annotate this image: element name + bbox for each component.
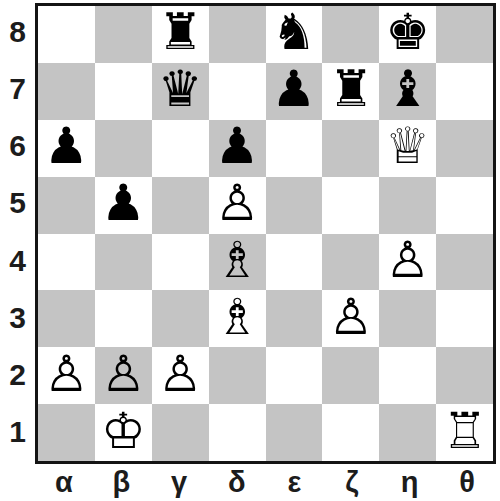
square-β2[interactable]: ♙: [95, 347, 152, 404]
square-θ7[interactable]: [436, 63, 493, 120]
square-γ7[interactable]: ♛: [152, 63, 209, 120]
white-pawn[interactable]: ♙: [101, 349, 146, 399]
file-label-θ: θ: [438, 462, 496, 501]
square-ζ4[interactable]: [322, 234, 379, 291]
square-θ8[interactable]: [436, 6, 493, 63]
rank-label-5: 5: [0, 175, 35, 232]
black-pawn[interactable]: ♟: [215, 121, 260, 171]
file-label-β: β: [93, 462, 151, 501]
square-δ4[interactable]: ♗: [209, 234, 266, 291]
square-δ1[interactable]: [209, 404, 266, 461]
square-α5[interactable]: [38, 177, 95, 234]
square-γ8[interactable]: ♜: [152, 6, 209, 63]
square-η7[interactable]: ♝: [379, 63, 436, 120]
square-δ5[interactable]: ♙: [209, 177, 266, 234]
square-ε4[interactable]: [266, 234, 323, 291]
black-pawn[interactable]: ♟: [44, 121, 89, 171]
file-label-ε: ε: [266, 462, 324, 501]
square-η6[interactable]: ♕: [379, 120, 436, 177]
square-ε1[interactable]: [266, 404, 323, 461]
square-β1[interactable]: ♔: [95, 404, 152, 461]
square-ζ6[interactable]: [322, 120, 379, 177]
file-label-α: α: [35, 462, 93, 501]
square-ζ8[interactable]: [322, 6, 379, 63]
file-label-γ: γ: [150, 462, 208, 501]
black-king[interactable]: ♚: [385, 7, 430, 57]
square-β3[interactable]: [95, 290, 152, 347]
rank-label-7: 7: [0, 60, 35, 117]
black-queen[interactable]: ♛: [158, 64, 203, 114]
square-θ5[interactable]: [436, 177, 493, 234]
square-θ4[interactable]: [436, 234, 493, 291]
white-bishop[interactable]: ♗: [215, 235, 260, 285]
rank-label-6: 6: [0, 118, 35, 175]
square-ε8[interactable]: ♞: [266, 6, 323, 63]
file-label-δ: δ: [208, 462, 266, 501]
black-bishop[interactable]: ♝: [385, 64, 430, 114]
square-ζ1[interactable]: [322, 404, 379, 461]
square-γ3[interactable]: [152, 290, 209, 347]
square-γ6[interactable]: [152, 120, 209, 177]
white-king[interactable]: ♔: [101, 406, 146, 456]
white-queen[interactable]: ♕: [385, 121, 430, 171]
rank-label-8: 8: [0, 3, 35, 60]
square-ζ3[interactable]: ♙: [322, 290, 379, 347]
square-ζ7[interactable]: ♜: [322, 63, 379, 120]
square-ζ2[interactable]: [322, 347, 379, 404]
square-ε2[interactable]: [266, 347, 323, 404]
rank-label-3: 3: [0, 289, 35, 346]
rank-label-4: 4: [0, 232, 35, 289]
square-β8[interactable]: [95, 6, 152, 63]
square-β4[interactable]: [95, 234, 152, 291]
white-pawn[interactable]: ♙: [385, 235, 430, 285]
file-label-η: η: [381, 462, 439, 501]
square-δ2[interactable]: [209, 347, 266, 404]
square-η2[interactable]: [379, 347, 436, 404]
square-α7[interactable]: [38, 63, 95, 120]
black-pawn[interactable]: ♟: [101, 178, 146, 228]
square-γ5[interactable]: [152, 177, 209, 234]
square-θ6[interactable]: [436, 120, 493, 177]
square-γ4[interactable]: [152, 234, 209, 291]
square-δ3[interactable]: ♗: [209, 290, 266, 347]
square-α8[interactable]: [38, 6, 95, 63]
black-pawn[interactable]: ♟: [272, 64, 317, 114]
rank-label-2: 2: [0, 347, 35, 404]
file-labels: αβγδεζηθ: [35, 462, 496, 501]
square-β6[interactable]: [95, 120, 152, 177]
square-α3[interactable]: [38, 290, 95, 347]
black-knight[interactable]: ♞: [272, 7, 317, 57]
square-η5[interactable]: [379, 177, 436, 234]
square-β7[interactable]: [95, 63, 152, 120]
rank-labels: 87654321: [0, 3, 35, 461]
square-δ7[interactable]: [209, 63, 266, 120]
square-η1[interactable]: [379, 404, 436, 461]
white-pawn[interactable]: ♙: [215, 178, 260, 228]
square-ε3[interactable]: [266, 290, 323, 347]
square-δ8[interactable]: [209, 6, 266, 63]
white-pawn[interactable]: ♙: [44, 349, 89, 399]
square-α2[interactable]: ♙: [38, 347, 95, 404]
black-rook[interactable]: ♜: [328, 64, 373, 114]
square-α1[interactable]: [38, 404, 95, 461]
white-rook[interactable]: ♖: [442, 406, 487, 456]
chess-diagram: 87654321 ♜♞♚♛♟♜♝♟♟♕♟♙♗♙♗♙♙♙♙♔♖ αβγδεζηθ: [0, 0, 500, 501]
square-θ2[interactable]: [436, 347, 493, 404]
square-ζ5[interactable]: [322, 177, 379, 234]
square-α4[interactable]: [38, 234, 95, 291]
square-θ3[interactable]: [436, 290, 493, 347]
square-θ1[interactable]: ♖: [436, 404, 493, 461]
square-β5[interactable]: ♟: [95, 177, 152, 234]
rank-label-1: 1: [0, 404, 35, 461]
square-ε5[interactable]: [266, 177, 323, 234]
white-pawn[interactable]: ♙: [158, 349, 203, 399]
square-η8[interactable]: ♚: [379, 6, 436, 63]
square-ε7[interactable]: ♟: [266, 63, 323, 120]
square-α6[interactable]: ♟: [38, 120, 95, 177]
square-η3[interactable]: [379, 290, 436, 347]
black-rook[interactable]: ♜: [158, 7, 203, 57]
square-ε6[interactable]: [266, 120, 323, 177]
square-γ1[interactable]: [152, 404, 209, 461]
square-δ6[interactable]: ♟: [209, 120, 266, 177]
chess-board: ♜♞♚♛♟♜♝♟♟♕♟♙♗♙♗♙♙♙♙♔♖: [35, 3, 496, 464]
file-label-ζ: ζ: [323, 462, 381, 501]
square-η4[interactable]: ♙: [379, 234, 436, 291]
square-γ2[interactable]: ♙: [152, 347, 209, 404]
white-pawn[interactable]: ♙: [328, 292, 373, 342]
white-bishop[interactable]: ♗: [215, 292, 260, 342]
